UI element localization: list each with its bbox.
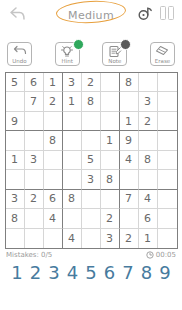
cell-r3c3[interactable] — [44, 112, 63, 131]
undo-icon — [13, 45, 27, 55]
cell-r8c8[interactable]: 6 — [139, 209, 158, 228]
cell-r9c8[interactable]: 1 — [139, 229, 158, 248]
timer-value: 00:05 — [156, 251, 176, 259]
eraser-icon — [155, 45, 169, 56]
cell-r8c7[interactable] — [120, 209, 139, 228]
hint-label: Hint — [62, 59, 73, 64]
cell-r9c4[interactable]: 4 — [63, 229, 82, 248]
cell-r2c4[interactable]: 1 — [63, 92, 82, 111]
topbar-left — [8, 6, 58, 21]
undo-button[interactable]: Undo — [7, 42, 32, 66]
numpad-2[interactable]: 2 — [27, 263, 45, 283]
cell-r6c8[interactable] — [139, 170, 158, 189]
cell-r8c4[interactable] — [63, 209, 82, 228]
status-row: Mistakes: 0/5 00:05 — [0, 251, 182, 259]
cell-r6c5[interactable]: 3 — [82, 170, 101, 189]
cell-r7c9[interactable] — [158, 190, 177, 209]
cell-r3c9[interactable] — [158, 112, 177, 131]
cell-r3c1[interactable]: 9 — [6, 112, 25, 131]
cell-r3c8[interactable]: 2 — [139, 112, 158, 131]
numpad-7[interactable]: 7 — [119, 263, 137, 283]
cell-r6c7[interactable] — [120, 170, 139, 189]
cell-r8c9[interactable] — [158, 209, 177, 228]
cell-r2c5[interactable]: 8 — [82, 92, 101, 111]
cell-r2c9[interactable] — [158, 92, 177, 111]
cell-r8c2[interactable] — [25, 209, 44, 228]
numpad-1[interactable]: 1 — [8, 263, 26, 283]
hint-lightbulb-icon — [60, 45, 74, 58]
music-disc-icon[interactable] — [137, 5, 153, 21]
erase-button[interactable]: Erase — [150, 42, 175, 66]
cell-r4c4[interactable] — [63, 131, 82, 150]
difficulty-selector[interactable]: Medium — [58, 2, 124, 25]
numpad-4[interactable]: 4 — [64, 263, 82, 283]
toolbar: Undo Hint Note — [0, 42, 182, 66]
cell-r5c1[interactable]: 1 — [6, 151, 25, 170]
difficulty-label: Medium — [68, 9, 114, 22]
note-button[interactable]: Note — [102, 42, 127, 66]
cell-r2c2[interactable]: 7 — [25, 92, 44, 111]
cell-r2c8[interactable]: 3 — [139, 92, 158, 111]
top-bar: Medium — [0, 0, 182, 26]
number-pad: 123456789 — [0, 263, 182, 283]
cell-r9c1[interactable] — [6, 229, 25, 248]
cell-r3c6[interactable] — [101, 112, 120, 131]
cell-r6c9[interactable] — [158, 170, 177, 189]
cell-r2c7[interactable] — [120, 92, 139, 111]
cell-r7c2[interactable]: 2 — [25, 190, 44, 209]
cell-r9c6[interactable]: 3 — [101, 229, 120, 248]
hint-badge — [73, 39, 84, 50]
cell-r1c4[interactable]: 3 — [63, 73, 82, 92]
cell-r1c7[interactable]: 8 — [120, 73, 139, 92]
numpad-8[interactable]: 8 — [138, 263, 156, 283]
cell-r3c4[interactable] — [63, 112, 82, 131]
pause-icon[interactable] — [160, 6, 174, 20]
back-icon[interactable] — [8, 6, 26, 21]
cell-r2c6[interactable] — [101, 92, 120, 111]
cell-r3c2[interactable] — [25, 112, 44, 131]
cell-r8c6[interactable]: 2 — [101, 209, 120, 228]
cell-r5c9[interactable] — [158, 151, 177, 170]
cell-r4c1[interactable] — [6, 131, 25, 150]
cell-r7c8[interactable]: 4 — [139, 190, 158, 209]
timer: 00:05 — [146, 251, 176, 259]
cell-r4c5[interactable] — [82, 131, 101, 150]
cell-r7c1[interactable]: 3 — [6, 190, 25, 209]
cell-r4c2[interactable] — [25, 131, 44, 150]
cell-r6c4[interactable] — [63, 170, 82, 189]
cell-r9c2[interactable] — [25, 229, 44, 248]
cell-r4c8[interactable] — [139, 131, 158, 150]
cell-r8c3[interactable]: 4 — [44, 209, 63, 228]
cell-r9c7[interactable]: 2 — [120, 229, 139, 248]
cell-r2c1[interactable] — [6, 92, 25, 111]
numpad-6[interactable]: 6 — [101, 263, 119, 283]
cell-r5c4[interactable] — [63, 151, 82, 170]
cell-r4c3[interactable]: 8 — [44, 131, 63, 150]
cell-r6c6[interactable]: 8 — [101, 170, 120, 189]
cell-r4c7[interactable]: 9 — [120, 131, 139, 150]
cell-r7c4[interactable]: 8 — [63, 190, 82, 209]
cell-r2c3[interactable]: 2 — [44, 92, 63, 111]
hint-button[interactable]: Hint — [55, 42, 80, 66]
cell-r7c3[interactable]: 6 — [44, 190, 63, 209]
cell-r5c8[interactable]: 8 — [139, 151, 158, 170]
cell-r5c3[interactable] — [44, 151, 63, 170]
cell-r5c7[interactable]: 4 — [120, 151, 139, 170]
undo-label: Undo — [12, 59, 26, 64]
erase-label: Erase — [155, 59, 170, 64]
cell-r1c2[interactable]: 6 — [25, 73, 44, 92]
note-label: Note — [108, 59, 121, 64]
sudoku-board: 56132872183912819135483832687484264321 — [5, 72, 178, 249]
cell-r5c6[interactable] — [101, 151, 120, 170]
cell-r7c7[interactable]: 7 — [120, 190, 139, 209]
topbar-right — [124, 5, 174, 21]
cell-r1c3[interactable]: 1 — [44, 73, 63, 92]
numpad-5[interactable]: 5 — [82, 263, 100, 283]
cell-r6c3[interactable] — [44, 170, 63, 189]
cell-r1c9[interactable] — [158, 73, 177, 92]
cell-r1c8[interactable] — [139, 73, 158, 92]
mistakes-counter: Mistakes: 0/5 — [6, 251, 52, 259]
cell-r9c5[interactable] — [82, 229, 101, 248]
numpad-9[interactable]: 9 — [156, 263, 174, 283]
cell-r5c2[interactable]: 3 — [25, 151, 44, 170]
cell-r5c5[interactable]: 5 — [82, 151, 101, 170]
cell-r1c6[interactable] — [101, 73, 120, 92]
cell-r1c5[interactable]: 2 — [82, 73, 101, 92]
cell-r4c6[interactable]: 1 — [101, 131, 120, 150]
cell-r4c9[interactable] — [158, 131, 177, 150]
cell-r3c7[interactable]: 1 — [120, 112, 139, 131]
cell-r9c9[interactable] — [158, 229, 177, 248]
cell-r8c5[interactable] — [82, 209, 101, 228]
numpad-3[interactable]: 3 — [45, 263, 63, 283]
cell-r6c1[interactable] — [6, 170, 25, 189]
cell-r3c5[interactable] — [82, 112, 101, 131]
cell-r7c5[interactable] — [82, 190, 101, 209]
note-badge — [120, 39, 131, 50]
cell-r9c3[interactable] — [44, 229, 63, 248]
clock-icon — [146, 251, 154, 259]
cell-r8c1[interactable]: 8 — [6, 209, 25, 228]
cell-r1c1[interactable]: 5 — [6, 73, 25, 92]
cell-r7c6[interactable] — [101, 190, 120, 209]
cell-r6c2[interactable] — [25, 170, 44, 189]
